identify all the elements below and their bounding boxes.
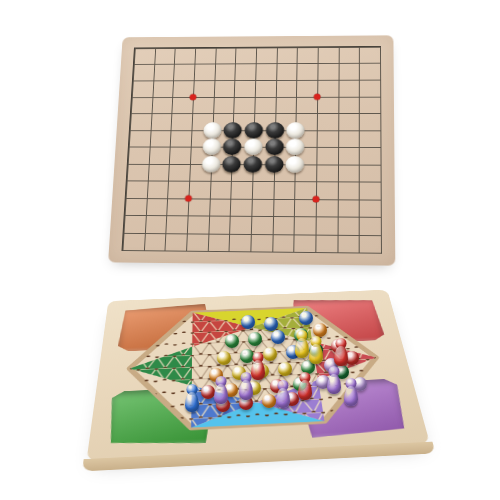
go-board-grid[interactable] <box>121 46 382 254</box>
marble-blue[interactable] <box>264 317 278 331</box>
go-stone-white[interactable] <box>244 139 263 156</box>
go-grid-line <box>315 47 318 252</box>
go-board[interactable] <box>108 35 395 265</box>
go-stone-white[interactable] <box>286 122 305 138</box>
go-star-point <box>190 94 197 100</box>
go-grid-line <box>126 198 381 201</box>
go-grid-line <box>134 63 380 65</box>
go-stone-white[interactable] <box>202 138 221 154</box>
go-grid-line <box>337 47 339 252</box>
go-grid-line <box>127 180 381 182</box>
go-stone-black[interactable] <box>222 155 241 172</box>
go-grid-line <box>144 48 156 250</box>
pawn-purple[interactable] <box>276 380 290 408</box>
pawn-red[interactable] <box>334 338 348 366</box>
go-grid-line <box>380 47 382 253</box>
go-stone-white[interactable] <box>203 122 222 138</box>
marble-green[interactable] <box>248 332 262 346</box>
marble-orange[interactable] <box>262 394 276 408</box>
go-stone-black[interactable] <box>265 122 284 138</box>
go-stone-white[interactable] <box>286 139 305 156</box>
pawn-blue[interactable] <box>185 384 199 412</box>
go-star-point <box>312 195 319 202</box>
go-stone-black[interactable] <box>224 122 243 138</box>
go-star-point <box>314 93 321 99</box>
go-grid-line <box>122 250 381 254</box>
go-grid-line <box>133 80 380 82</box>
pawn-red[interactable] <box>251 352 265 380</box>
marble-blue[interactable] <box>241 315 255 329</box>
go-grid-line <box>123 48 136 250</box>
marble-blue[interactable] <box>299 311 313 325</box>
pawn-yellow[interactable] <box>309 336 323 364</box>
go-stone-black[interactable] <box>265 139 284 156</box>
go-stone-black[interactable] <box>264 156 283 173</box>
go-stone-white[interactable] <box>286 156 305 173</box>
go-stone-white[interactable] <box>201 155 220 172</box>
marble-blue[interactable] <box>271 330 285 344</box>
pawn-purple[interactable] <box>344 378 358 406</box>
pawn-yellow[interactable] <box>295 330 309 358</box>
pawn-purple[interactable] <box>214 376 228 404</box>
go-grid-line <box>186 48 196 251</box>
go-grid-line <box>131 113 380 114</box>
marble-green[interactable] <box>225 334 239 348</box>
go-star-point <box>185 195 192 202</box>
go-grid-line <box>165 48 176 250</box>
go-grid-line <box>359 47 360 253</box>
product-photo <box>0 0 500 500</box>
go-grid-line <box>124 232 381 235</box>
pieces-overlay <box>84 276 440 468</box>
go-grid-line <box>125 215 381 218</box>
marble-yellow[interactable] <box>217 351 231 365</box>
go-grid-line <box>132 96 380 97</box>
pawn-purple[interactable] <box>327 366 341 394</box>
go-stone-black[interactable] <box>223 138 242 155</box>
go-stone-black[interactable] <box>244 122 263 138</box>
marble-yellow[interactable] <box>278 362 292 376</box>
pawn-red[interactable] <box>298 372 312 400</box>
marble-orange[interactable] <box>313 323 327 337</box>
go-grid-line <box>135 47 380 49</box>
marble-red[interactable] <box>201 385 215 399</box>
go-stone-black[interactable] <box>243 155 262 172</box>
